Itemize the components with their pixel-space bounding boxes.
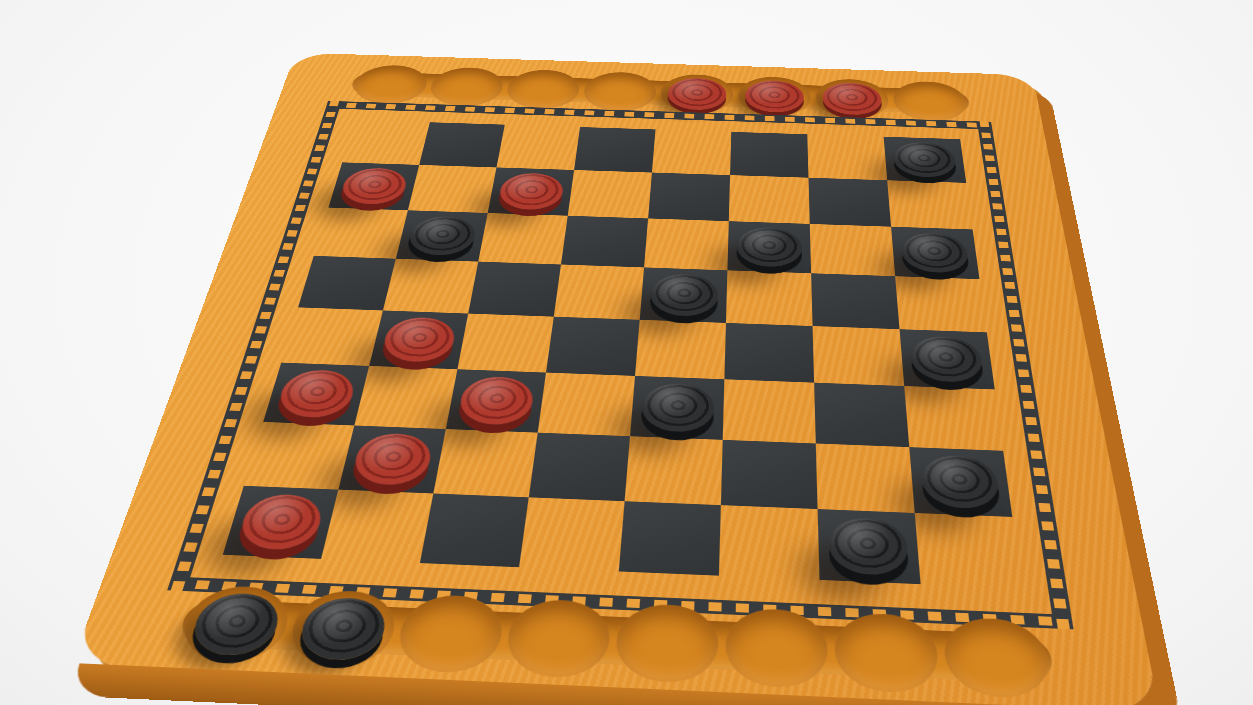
checker-piece-black[interactable] bbox=[828, 517, 909, 576]
wooden-checkers-board bbox=[72, 53, 1161, 705]
dark-square-r1c4[interactable] bbox=[574, 127, 655, 173]
light-square-r2c4 bbox=[568, 170, 652, 218]
tray-slot-3 bbox=[393, 594, 507, 675]
light-square-r1c3 bbox=[496, 125, 580, 170]
light-square-r7c5 bbox=[625, 436, 723, 505]
light-square-r8c4 bbox=[519, 497, 625, 571]
dark-square-r5c4[interactable] bbox=[546, 317, 640, 376]
dark-square-r7c4[interactable] bbox=[529, 433, 630, 502]
dark-square-r2c5[interactable] bbox=[648, 173, 730, 222]
light-square-r7c7 bbox=[816, 443, 915, 513]
light-square-r5c3 bbox=[457, 314, 553, 373]
dark-square-r7c8[interactable] bbox=[909, 447, 1012, 517]
dark-square-r8c7[interactable] bbox=[818, 509, 921, 584]
light-square-r1c5 bbox=[652, 129, 731, 175]
light-square-r6c6 bbox=[723, 379, 816, 443]
dark-square-r2c7[interactable] bbox=[808, 178, 891, 227]
tray-slot-1 bbox=[349, 64, 431, 104]
tray-slot-7 bbox=[834, 612, 941, 694]
checker-piece-red[interactable] bbox=[380, 316, 458, 362]
dark-square-r2c1[interactable] bbox=[328, 162, 419, 210]
light-square-r4c8 bbox=[895, 276, 987, 332]
checker-piece-red[interactable] bbox=[497, 172, 565, 210]
tray-slot-2 bbox=[426, 67, 506, 108]
light-square-r5c1 bbox=[281, 307, 383, 366]
light-square-r4c6 bbox=[726, 270, 813, 326]
dark-square-r4c7[interactable] bbox=[811, 273, 899, 329]
dark-square-r8c5[interactable] bbox=[619, 501, 721, 575]
dark-square-r1c2[interactable] bbox=[419, 122, 505, 167]
dark-square-r1c8[interactable] bbox=[884, 137, 967, 183]
tray-slot-3 bbox=[504, 69, 582, 110]
light-square-r8c8 bbox=[915, 513, 1022, 588]
checker-piece-black[interactable] bbox=[900, 232, 970, 274]
dark-square-r1c6[interactable] bbox=[730, 132, 808, 178]
dark-square-r6c3[interactable] bbox=[446, 369, 546, 432]
dark-square-r3c6[interactable] bbox=[727, 221, 811, 273]
dark-square-r7c2[interactable] bbox=[338, 425, 445, 493]
dark-square-r8c3[interactable] bbox=[420, 493, 529, 567]
light-square-r6c2 bbox=[354, 366, 457, 429]
dark-square-r3c8[interactable] bbox=[891, 227, 979, 279]
dark-square-r4c1[interactable] bbox=[298, 256, 396, 311]
checker-piece-red[interactable] bbox=[350, 432, 435, 486]
dark-square-r6c5[interactable] bbox=[630, 376, 724, 440]
light-square-r7c3 bbox=[433, 429, 537, 497]
checker-piece-black[interactable] bbox=[649, 273, 718, 317]
light-square-r5c7 bbox=[813, 326, 905, 386]
light-square-r5c5 bbox=[635, 320, 726, 379]
dark-square-r5c2[interactable] bbox=[369, 310, 468, 369]
light-square-r3c3 bbox=[478, 213, 567, 265]
checker-piece-black[interactable] bbox=[406, 215, 479, 256]
light-square-r8c6 bbox=[719, 505, 820, 580]
tray-slot-6 bbox=[725, 607, 829, 689]
tray-slot-4 bbox=[503, 598, 613, 679]
dark-square-r6c1[interactable] bbox=[263, 363, 369, 426]
dark-square-r4c5[interactable] bbox=[640, 267, 728, 322]
tray-slot-4 bbox=[582, 71, 658, 112]
light-square-r3c1 bbox=[314, 208, 408, 259]
tray-slot-5 bbox=[613, 603, 719, 685]
light-square-r6c4 bbox=[538, 373, 635, 437]
dark-square-r5c8[interactable] bbox=[900, 329, 995, 389]
checker-piece-black[interactable] bbox=[892, 141, 957, 177]
checker-piece-red[interactable] bbox=[235, 493, 326, 551]
checker-piece-red[interactable] bbox=[275, 369, 359, 419]
tray-slot-8 bbox=[941, 616, 1053, 699]
dark-square-r8c1[interactable] bbox=[223, 486, 339, 559]
tray-slot-8 bbox=[892, 81, 969, 122]
checkerboard-8x8 bbox=[223, 120, 1022, 589]
light-square-r2c2 bbox=[408, 165, 497, 213]
checker-piece-red[interactable] bbox=[338, 167, 410, 205]
checker-piece-black[interactable] bbox=[920, 454, 1001, 509]
light-square-r4c4 bbox=[554, 264, 644, 319]
light-square-r3c5 bbox=[644, 218, 729, 270]
dark-square-r2c3[interactable] bbox=[488, 167, 574, 215]
dark-square-r3c4[interactable] bbox=[561, 216, 648, 268]
dark-square-r7c6[interactable] bbox=[721, 440, 818, 509]
light-square-r7c1 bbox=[244, 422, 355, 490]
light-square-r8c2 bbox=[321, 490, 433, 563]
checker-piece-black[interactable] bbox=[909, 335, 984, 383]
checker-piece-black[interactable] bbox=[640, 382, 715, 433]
light-square-r1c7 bbox=[807, 134, 887, 180]
light-square-r1c1 bbox=[342, 120, 430, 165]
dark-square-r4c3[interactable] bbox=[468, 262, 561, 317]
light-square-r3c7 bbox=[810, 224, 895, 276]
light-square-r4c2 bbox=[383, 259, 478, 314]
light-square-r2c6 bbox=[729, 175, 810, 224]
dark-square-r3c2[interactable] bbox=[396, 210, 488, 261]
light-square-r6c8 bbox=[904, 386, 1003, 451]
checker-piece-black[interactable] bbox=[736, 226, 802, 267]
checkers-product-scene bbox=[0, 0, 1253, 705]
dark-square-r6c7[interactable] bbox=[814, 383, 909, 447]
light-square-r2c8 bbox=[887, 180, 972, 229]
checker-piece-red[interactable] bbox=[457, 376, 536, 426]
dark-square-r5c6[interactable] bbox=[724, 323, 814, 383]
